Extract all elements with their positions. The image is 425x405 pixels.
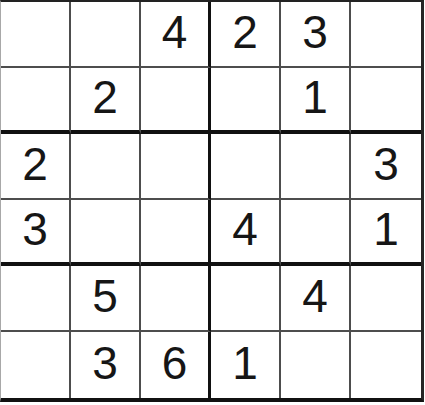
- cell-r5c5-given[interactable]: 4: [281, 266, 351, 332]
- cell-r3c2-empty[interactable]: [71, 134, 141, 200]
- cell-r4c5-empty[interactable]: [281, 200, 351, 266]
- cell-r3c5-empty[interactable]: [281, 134, 351, 200]
- cell-r3c6-given[interactable]: 3: [351, 134, 421, 200]
- cell-r4c2-empty[interactable]: [71, 200, 141, 266]
- cell-r1c3-given[interactable]: 4: [141, 2, 211, 68]
- cell-r6c4-given[interactable]: 1: [211, 332, 281, 398]
- cell-r2c4-empty[interactable]: [211, 68, 281, 134]
- sudoku-page: 423212334154361: [0, 0, 425, 405]
- cell-r5c1-empty[interactable]: [1, 266, 71, 332]
- cell-r6c2-given[interactable]: 3: [71, 332, 141, 398]
- cell-r6c1-empty[interactable]: [1, 332, 71, 398]
- cell-r1c4-given[interactable]: 2: [211, 2, 281, 68]
- cell-r5c4-empty[interactable]: [211, 266, 281, 332]
- cell-r2c2-given[interactable]: 2: [71, 68, 141, 134]
- cell-r6c5-empty[interactable]: [281, 332, 351, 398]
- sudoku-board: 423212334154361: [0, 0, 424, 402]
- cell-r1c6-empty[interactable]: [351, 2, 421, 68]
- cell-r2c1-empty[interactable]: [1, 68, 71, 134]
- cell-r3c1-given[interactable]: 2: [1, 134, 71, 200]
- cell-r1c5-given[interactable]: 3: [281, 2, 351, 68]
- cell-r5c2-given[interactable]: 5: [71, 266, 141, 332]
- cell-r2c3-empty[interactable]: [141, 68, 211, 134]
- cell-r1c2-empty[interactable]: [71, 2, 141, 68]
- cell-r6c6-empty[interactable]: [351, 332, 421, 398]
- cell-r4c4-given[interactable]: 4: [211, 200, 281, 266]
- cell-r3c4-empty[interactable]: [211, 134, 281, 200]
- cell-r3c3-empty[interactable]: [141, 134, 211, 200]
- cell-r4c6-given[interactable]: 1: [351, 200, 421, 266]
- cell-r2c6-empty[interactable]: [351, 68, 421, 134]
- cell-r4c3-empty[interactable]: [141, 200, 211, 266]
- cell-r5c3-empty[interactable]: [141, 266, 211, 332]
- cell-r5c6-empty[interactable]: [351, 266, 421, 332]
- cell-r4c1-given[interactable]: 3: [1, 200, 71, 266]
- cell-r6c3-given[interactable]: 6: [141, 332, 211, 398]
- cell-r1c1-empty[interactable]: [1, 2, 71, 68]
- cell-r2c5-given[interactable]: 1: [281, 68, 351, 134]
